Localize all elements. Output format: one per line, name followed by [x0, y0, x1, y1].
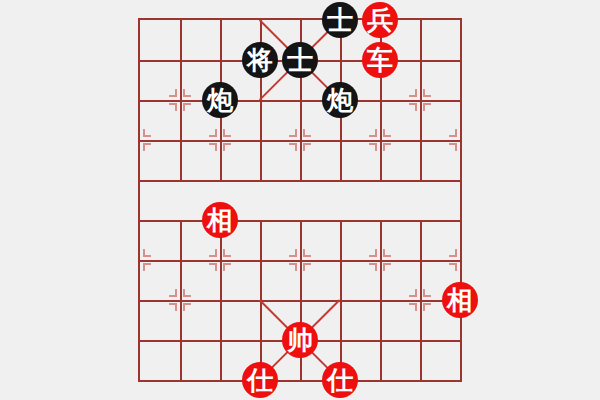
point-marker [369, 143, 377, 151]
point-marker [423, 303, 431, 311]
point-marker [143, 249, 151, 257]
piece-red-general[interactable]: 帅 [282, 322, 318, 358]
point-marker [409, 103, 417, 111]
point-marker [169, 103, 177, 111]
point-marker [409, 303, 417, 311]
point-marker [143, 129, 151, 137]
point-marker [209, 249, 217, 257]
point-marker [183, 303, 191, 311]
piece-red-soldier[interactable]: 兵 [362, 2, 398, 38]
piece-black-general[interactable]: 将 [242, 42, 278, 78]
piece-red-advisor-2[interactable]: 仕 [322, 362, 358, 398]
piece-red-chariot[interactable]: 车 [362, 42, 398, 78]
point-marker [423, 103, 431, 111]
point-marker [209, 143, 217, 151]
point-marker [383, 249, 391, 257]
piece-red-elephant-1[interactable]: 相 [202, 202, 238, 238]
point-marker [143, 143, 151, 151]
point-marker [169, 289, 177, 297]
point-marker [449, 143, 457, 151]
point-marker [369, 249, 377, 257]
point-marker [183, 289, 191, 297]
piece-red-elephant-2[interactable]: 相 [442, 282, 478, 318]
point-marker [383, 129, 391, 137]
game-screen: 士兵将士车炮炮相相帅仕仕 [0, 0, 600, 400]
board-overlay: 士兵将士车炮炮相相帅仕仕 [140, 20, 460, 380]
point-marker [409, 289, 417, 297]
point-marker [303, 143, 311, 151]
xiangqi-board[interactable]: 士兵将士车炮炮相相帅仕仕 [138, 18, 462, 382]
point-marker [449, 129, 457, 137]
point-marker [183, 89, 191, 97]
point-marker [383, 263, 391, 271]
point-marker [369, 129, 377, 137]
piece-red-advisor-1[interactable]: 仕 [242, 362, 278, 398]
point-marker [303, 263, 311, 271]
point-marker [209, 263, 217, 271]
piece-black-cannon-2[interactable]: 炮 [322, 82, 358, 118]
point-marker [449, 263, 457, 271]
point-marker [289, 143, 297, 151]
point-marker [289, 249, 297, 257]
point-marker [169, 89, 177, 97]
point-marker [223, 249, 231, 257]
piece-black-cannon-1[interactable]: 炮 [202, 82, 238, 118]
point-marker [409, 89, 417, 97]
point-marker [369, 263, 377, 271]
point-marker [223, 263, 231, 271]
point-marker [449, 249, 457, 257]
point-marker [223, 129, 231, 137]
point-marker [183, 103, 191, 111]
point-marker [223, 143, 231, 151]
piece-black-advisor-1[interactable]: 士 [322, 2, 358, 38]
point-marker [209, 129, 217, 137]
point-marker [289, 129, 297, 137]
point-marker [423, 289, 431, 297]
point-marker [289, 263, 297, 271]
point-marker [423, 89, 431, 97]
point-marker [383, 143, 391, 151]
point-marker [303, 129, 311, 137]
point-marker [143, 263, 151, 271]
point-marker [303, 249, 311, 257]
piece-black-advisor-2[interactable]: 士 [282, 42, 318, 78]
point-marker [169, 303, 177, 311]
